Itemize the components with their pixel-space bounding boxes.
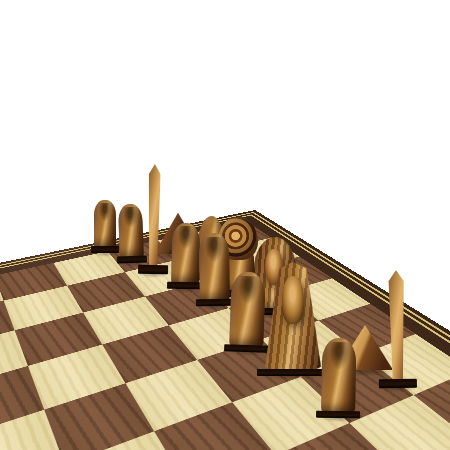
piece-plinth [196, 299, 234, 307]
piece-plinth [257, 369, 329, 376]
piece-plinth [224, 344, 268, 353]
piece-detail [282, 276, 304, 324]
piece-plinth [138, 265, 168, 275]
piece-plinth [378, 379, 417, 389]
piece-detail [328, 342, 350, 373]
piece-detail [98, 203, 112, 223]
piece-detail [204, 236, 224, 264]
piece-plinth [91, 246, 119, 253]
piece-pawn-sarcophagus [94, 200, 116, 253]
piece-plinth [316, 411, 360, 419]
piece-pawn-sarcophagus [171, 223, 200, 289]
piece-body [139, 164, 169, 267]
piece-detail [177, 226, 195, 251]
piece-pawn-sarcophagus [199, 233, 230, 307]
piece-body [378, 270, 416, 382]
piece-detail [122, 207, 138, 230]
photo-stage [0, 0, 450, 450]
piece-detail [237, 276, 260, 307]
piece-rook-obelisk [139, 164, 169, 274]
piece-knight-sphinx [265, 262, 321, 376]
piece-pawn-sarcophagus [321, 338, 356, 419]
piece-rook-obelisk [378, 270, 416, 389]
piece-plinth [167, 282, 203, 290]
piece-pawn-sarcophagus [229, 271, 266, 352]
